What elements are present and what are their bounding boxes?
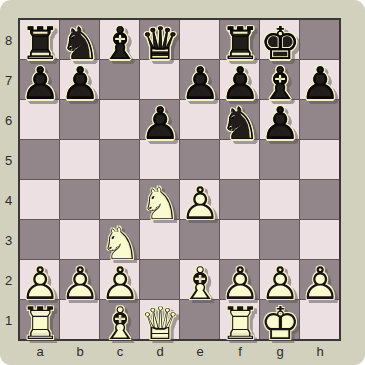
square-f1[interactable]: ♜♖	[220, 300, 259, 339]
piece-glyph-outline: ♙	[300, 61, 340, 106]
piece-white-queen-d1[interactable]: ♛♕	[140, 300, 179, 339]
square-h4[interactable]	[300, 180, 339, 219]
square-b5[interactable]	[60, 140, 99, 179]
piece-glyph-outline: ♔	[260, 301, 300, 346]
file-label-h: h	[300, 344, 340, 359]
piece-black-rook-a8[interactable]: ♜♖	[20, 20, 59, 59]
piece-white-pawn-b2[interactable]: ♟♙	[60, 260, 99, 299]
square-e2[interactable]: ♝♗	[180, 260, 219, 299]
square-g1[interactable]: ♚♔	[260, 300, 299, 339]
piece-glyph-outline: ♙	[60, 61, 100, 106]
square-b4[interactable]	[60, 180, 99, 219]
square-a8[interactable]: ♜♖	[20, 20, 59, 59]
piece-glyph-outline: ♘	[220, 101, 260, 146]
square-c6[interactable]	[100, 100, 139, 139]
piece-black-pawn-f7[interactable]: ♟♙	[220, 60, 259, 99]
file-label-b: b	[60, 344, 100, 359]
piece-glyph-outline: ♙	[300, 261, 340, 306]
piece-black-king-g8[interactable]: ♚♔	[260, 20, 299, 59]
chess-board-panel: 87654321 ♜♖♞♘♝♗♛♕♜♖♚♔♟♙♟♙♟♙♟♙♝♗♟♙♟♙♞♘♟♙♞…	[0, 0, 365, 365]
square-g2[interactable]: ♟♙	[260, 260, 299, 299]
piece-white-pawn-c2[interactable]: ♟♙	[100, 260, 139, 299]
piece-white-king-g1[interactable]: ♚♔	[260, 300, 299, 339]
piece-black-bishop-g7[interactable]: ♝♗	[260, 60, 299, 99]
piece-glyph-outline: ♗	[100, 21, 140, 66]
piece-black-knight-b8[interactable]: ♞♘	[60, 20, 99, 59]
rank-label-7: 7	[0, 60, 17, 100]
piece-white-pawn-a2[interactable]: ♟♙	[20, 260, 59, 299]
square-a5[interactable]	[20, 140, 59, 179]
square-b7[interactable]: ♟♙	[60, 60, 99, 99]
square-g8[interactable]: ♚♔	[260, 20, 299, 59]
piece-glyph-outline: ♗	[100, 301, 140, 346]
piece-white-pawn-h2[interactable]: ♟♙	[300, 260, 339, 299]
square-f4[interactable]	[220, 180, 259, 219]
piece-glyph-outline: ♙	[180, 181, 220, 226]
piece-black-rook-f8[interactable]: ♜♖	[220, 20, 259, 59]
rank-label-5: 5	[0, 140, 17, 180]
square-e5[interactable]	[180, 140, 219, 179]
square-h5[interactable]	[300, 140, 339, 179]
square-b2[interactable]: ♟♙	[60, 260, 99, 299]
square-b8[interactable]: ♞♘	[60, 20, 99, 59]
square-c3[interactable]: ♞♘	[100, 220, 139, 259]
square-d4[interactable]: ♞♘	[140, 180, 179, 219]
piece-white-rook-f1[interactable]: ♜♖	[220, 300, 259, 339]
file-label-e: e	[180, 344, 220, 359]
square-a1[interactable]: ♜♖	[20, 300, 59, 339]
square-e7[interactable]: ♟♙	[180, 60, 219, 99]
piece-white-pawn-e4[interactable]: ♟♙	[180, 180, 219, 219]
piece-black-pawn-e7[interactable]: ♟♙	[180, 60, 219, 99]
square-h3[interactable]	[300, 220, 339, 259]
piece-black-knight-f6[interactable]: ♞♘	[220, 100, 259, 139]
piece-glyph-outline: ♙	[20, 61, 60, 106]
rank-labels: 87654321	[0, 20, 17, 340]
square-a3[interactable]	[20, 220, 59, 259]
square-g3[interactable]	[260, 220, 299, 259]
square-h8[interactable]	[300, 20, 339, 59]
piece-white-knight-c3[interactable]: ♞♘	[100, 220, 139, 259]
piece-glyph-outline: ♕	[140, 301, 180, 346]
piece-black-pawn-h7[interactable]: ♟♙	[300, 60, 339, 99]
piece-glyph-outline: ♙	[260, 101, 300, 146]
square-d6[interactable]: ♟♙	[140, 100, 179, 139]
square-d1[interactable]: ♛♕	[140, 300, 179, 339]
square-c2[interactable]: ♟♙	[100, 260, 139, 299]
square-e4[interactable]: ♟♙	[180, 180, 219, 219]
rank-label-1: 1	[0, 300, 17, 340]
square-f7[interactable]: ♟♙	[220, 60, 259, 99]
piece-white-rook-a1[interactable]: ♜♖	[20, 300, 59, 339]
square-c5[interactable]	[100, 140, 139, 179]
piece-black-pawn-a7[interactable]: ♟♙	[20, 60, 59, 99]
piece-black-queen-d8[interactable]: ♛♕	[140, 20, 179, 59]
piece-glyph-outline: ♘	[140, 181, 180, 226]
piece-black-bishop-c8[interactable]: ♝♗	[100, 20, 139, 59]
piece-white-pawn-g2[interactable]: ♟♙	[260, 260, 299, 299]
piece-black-pawn-g6[interactable]: ♟♙	[260, 100, 299, 139]
piece-glyph-outline: ♕	[140, 21, 180, 66]
piece-glyph-outline: ♙	[140, 101, 180, 146]
rank-label-3: 3	[0, 220, 17, 260]
chess-board: ♜♖♞♘♝♗♛♕♜♖♚♔♟♙♟♙♟♙♟♙♝♗♟♙♟♙♞♘♟♙♞♘♟♙♞♘♟♙♟♙…	[18, 18, 341, 341]
square-d2[interactable]	[140, 260, 179, 299]
piece-white-bishop-e2[interactable]: ♝♗	[180, 260, 219, 299]
piece-white-bishop-c1[interactable]: ♝♗	[100, 300, 139, 339]
piece-glyph-outline: ♖	[220, 301, 260, 346]
piece-glyph-outline: ♖	[20, 301, 60, 346]
square-g6[interactable]: ♟♙	[260, 100, 299, 139]
square-c1[interactable]: ♝♗	[100, 300, 139, 339]
piece-glyph-outline: ♙	[60, 261, 100, 306]
square-a2[interactable]: ♟♙	[20, 260, 59, 299]
square-f3[interactable]	[220, 220, 259, 259]
square-b3[interactable]	[60, 220, 99, 259]
piece-white-pawn-f2[interactable]: ♟♙	[220, 260, 259, 299]
rank-label-8: 8	[0, 20, 17, 60]
square-e8[interactable]	[180, 20, 219, 59]
square-a4[interactable]	[20, 180, 59, 219]
rank-label-6: 6	[0, 100, 17, 140]
rank-label-4: 4	[0, 180, 17, 220]
piece-white-knight-d4[interactable]: ♞♘	[140, 180, 179, 219]
rank-label-2: 2	[0, 260, 17, 300]
square-d8[interactable]: ♛♕	[140, 20, 179, 59]
square-h7[interactable]: ♟♙	[300, 60, 339, 99]
square-g4[interactable]	[260, 180, 299, 219]
square-g7[interactable]: ♝♗	[260, 60, 299, 99]
piece-black-pawn-d6[interactable]: ♟♙	[140, 100, 179, 139]
piece-glyph-outline: ♗	[180, 261, 220, 306]
piece-black-pawn-b7[interactable]: ♟♙	[60, 60, 99, 99]
square-a7[interactable]: ♟♙	[20, 60, 59, 99]
piece-glyph-outline: ♙	[180, 61, 220, 106]
square-c8[interactable]: ♝♗	[100, 20, 139, 59]
square-f6[interactable]: ♞♘	[220, 100, 259, 139]
square-f8[interactable]: ♜♖	[220, 20, 259, 59]
square-f2[interactable]: ♟♙	[220, 260, 259, 299]
square-h2[interactable]: ♟♙	[300, 260, 339, 299]
square-c4[interactable]	[100, 180, 139, 219]
